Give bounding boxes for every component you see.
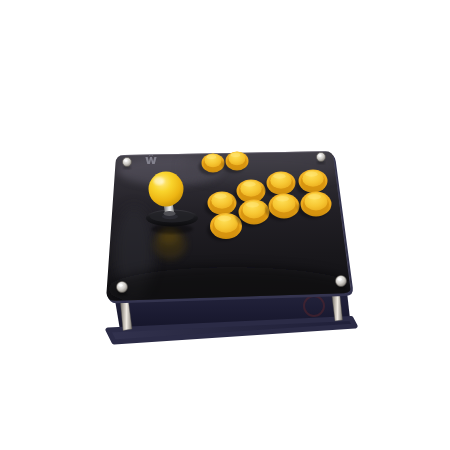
arcade-stick-graphic: ẅ bbox=[0, 0, 450, 450]
screw-head bbox=[336, 276, 347, 287]
screw-bottom-left bbox=[117, 282, 128, 296]
screw-bottom-right bbox=[336, 276, 347, 290]
button-highlight bbox=[207, 155, 217, 159]
screw-head bbox=[117, 282, 128, 293]
button-highlight bbox=[243, 182, 255, 187]
button-highlight bbox=[305, 172, 317, 177]
screw-glint bbox=[318, 155, 321, 157]
product-photo: ẅ bbox=[0, 0, 450, 450]
shaft-base bbox=[164, 211, 176, 216]
screw-head bbox=[123, 158, 132, 167]
button-highlight bbox=[218, 216, 231, 222]
brand-logo: ẅ bbox=[145, 152, 157, 167]
ball-specular bbox=[154, 177, 165, 185]
screw-head bbox=[317, 153, 326, 162]
screw-top-left bbox=[123, 158, 132, 170]
button-highlight bbox=[273, 174, 285, 179]
screw-glint bbox=[124, 160, 127, 162]
screw-glint bbox=[338, 278, 342, 281]
button-highlight bbox=[276, 196, 289, 202]
button-highlight bbox=[246, 202, 259, 208]
button-highlight bbox=[231, 153, 241, 157]
joystick-ball bbox=[149, 172, 184, 207]
button-highlight bbox=[214, 194, 226, 199]
button-highlight bbox=[308, 194, 321, 200]
screw-top-right bbox=[317, 153, 326, 165]
screw-glint bbox=[119, 284, 123, 287]
